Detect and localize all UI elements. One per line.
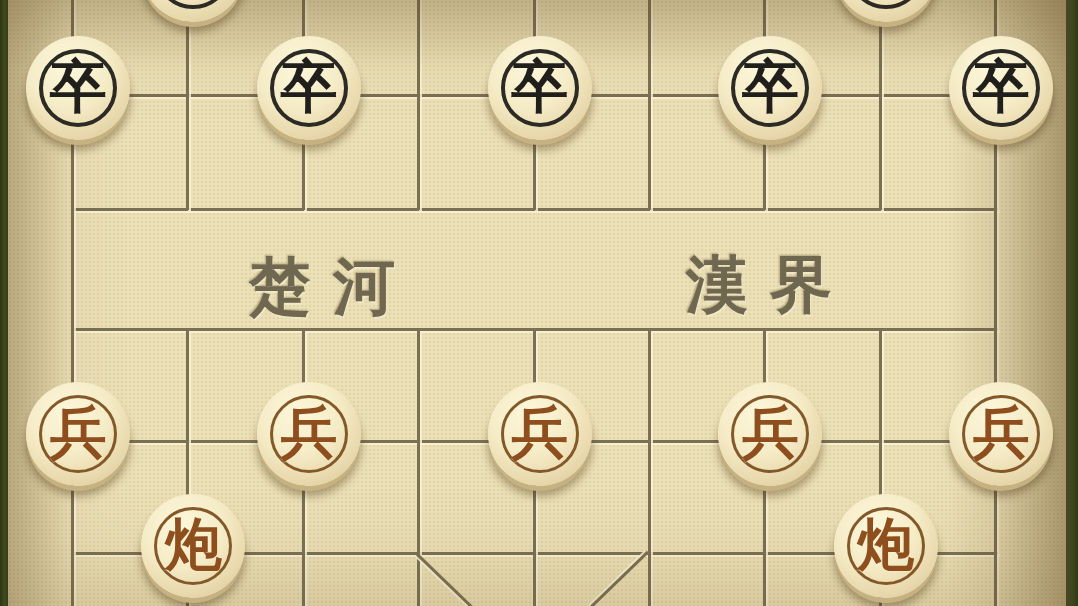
piece-disc: 炮 [834, 0, 938, 22]
piece-red-cannon-f7[interactable]: 炮 [834, 494, 938, 598]
piece-glyph-soldier: 兵 [257, 382, 361, 486]
piece-glyph-cannon: 炮 [834, 0, 938, 22]
board-outer-edge-left [0, 0, 8, 606]
piece-glyph-soldier: 卒 [257, 36, 361, 140]
piece-glyph-soldier: 兵 [26, 382, 130, 486]
piece-glyph-cannon: 炮 [834, 494, 938, 598]
piece-disc: 卒 [949, 36, 1053, 140]
piece-red-soldier-f6[interactable]: 兵 [718, 382, 822, 486]
board-outer-edge-right [1066, 0, 1078, 606]
piece-disc: 兵 [718, 382, 822, 486]
piece-glyph-soldier: 卒 [949, 36, 1053, 140]
piece-glyph-soldier: 兵 [949, 382, 1053, 486]
piece-disc: 兵 [257, 382, 361, 486]
piece-disc: 兵 [26, 382, 130, 486]
piece-black-soldier-f2[interactable]: 卒 [257, 36, 361, 140]
piece-black-soldier-f0[interactable]: 卒 [26, 36, 130, 140]
piece-red-soldier-f4[interactable]: 兵 [488, 382, 592, 486]
piece-black-cannon-f1[interactable]: 炮 [141, 0, 245, 22]
piece-glyph-cannon: 炮 [141, 494, 245, 598]
board-surface: 楚河 漢界 炮炮卒卒卒卒卒兵兵兵兵炮炮兵 [8, 0, 1068, 606]
piece-disc: 兵 [949, 382, 1053, 486]
piece-black-soldier-f6[interactable]: 卒 [718, 36, 822, 140]
piece-disc: 卒 [26, 36, 130, 140]
piece-disc: 炮 [834, 494, 938, 598]
piece-glyph-soldier: 兵 [718, 382, 822, 486]
xiangqi-board: 楚河 漢界 炮炮卒卒卒卒卒兵兵兵兵炮炮兵 [0, 0, 1078, 606]
piece-glyph-soldier: 卒 [718, 36, 822, 140]
piece-disc: 兵 [488, 382, 592, 486]
piece-black-soldier-f4[interactable]: 卒 [488, 36, 592, 140]
piece-red-soldier-f0[interactable]: 兵 [26, 382, 130, 486]
piece-black-cannon-f7[interactable]: 炮 [834, 0, 938, 22]
piece-disc: 炮 [141, 494, 245, 598]
piece-glyph-soldier: 卒 [26, 36, 130, 140]
piece-black-soldier-f8[interactable]: 卒 [949, 36, 1053, 140]
piece-disc: 卒 [488, 36, 592, 140]
piece-disc: 炮 [141, 0, 245, 22]
piece-red-cannon-f1[interactable]: 炮 [141, 494, 245, 598]
piece-glyph-soldier: 兵 [488, 382, 592, 486]
piece-red-soldier-f8[interactable]: 兵 [949, 382, 1053, 486]
piece-disc: 卒 [257, 36, 361, 140]
piece-red-soldier-f2[interactable]: 兵 [257, 382, 361, 486]
piece-disc: 卒 [718, 36, 822, 140]
piece-glyph-cannon: 炮 [141, 0, 245, 22]
piece-glyph-soldier: 卒 [488, 36, 592, 140]
